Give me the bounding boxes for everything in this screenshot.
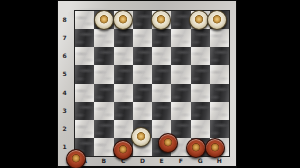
white-checker-piece-b8[interactable] xyxy=(94,10,114,30)
red-checker-piece-a1-corner[interactable] xyxy=(66,149,86,168)
square-h5[interactable] xyxy=(210,65,229,83)
square-h4[interactable] xyxy=(210,84,229,102)
rank-label-5: 5 xyxy=(59,71,70,77)
square-g7[interactable] xyxy=(191,29,210,47)
video-frame: 87654321ABCDEFGH xyxy=(0,0,300,168)
square-d6[interactable] xyxy=(133,47,152,65)
square-g6[interactable] xyxy=(191,47,210,65)
square-b4[interactable] xyxy=(94,84,113,102)
square-f5[interactable] xyxy=(171,65,190,83)
square-e5[interactable] xyxy=(152,65,171,83)
square-h2[interactable] xyxy=(210,120,229,138)
square-e4[interactable] xyxy=(152,84,171,102)
square-d7[interactable] xyxy=(133,29,152,47)
square-f7[interactable] xyxy=(171,29,190,47)
file-label-e: E xyxy=(156,158,167,164)
square-d4[interactable] xyxy=(133,84,152,102)
red-checker-piece-h1[interactable] xyxy=(205,138,225,158)
square-f3[interactable] xyxy=(171,102,190,120)
square-c3[interactable] xyxy=(114,102,133,120)
square-g4[interactable] xyxy=(191,84,210,102)
square-c7[interactable] xyxy=(114,29,133,47)
white-checker-piece-c8[interactable] xyxy=(113,10,133,30)
square-c2[interactable] xyxy=(114,120,133,138)
file-label-g: G xyxy=(195,158,206,164)
square-a5[interactable] xyxy=(75,65,94,83)
white-checker-piece-g8[interactable] xyxy=(189,10,209,30)
square-c4[interactable] xyxy=(114,84,133,102)
square-e3[interactable] xyxy=(152,102,171,120)
square-g3[interactable] xyxy=(191,102,210,120)
rank-label-3: 3 xyxy=(59,108,70,114)
square-e7[interactable] xyxy=(152,29,171,47)
file-label-f: F xyxy=(175,158,186,164)
square-e6[interactable] xyxy=(152,47,171,65)
file-label-d: D xyxy=(137,158,148,164)
play-area xyxy=(74,10,230,157)
rank-label-2: 2 xyxy=(59,126,70,132)
red-checker-piece-e1[interactable] xyxy=(158,133,178,153)
square-f4[interactable] xyxy=(171,84,190,102)
white-checker-piece-d1-d2[interactable] xyxy=(131,127,151,147)
square-a4[interactable] xyxy=(75,84,94,102)
square-b3[interactable] xyxy=(94,102,113,120)
rank-label-7: 7 xyxy=(59,35,70,41)
square-b2[interactable] xyxy=(94,120,113,138)
red-checker-piece-g1[interactable] xyxy=(186,138,206,158)
red-checker-piece-c1[interactable] xyxy=(113,140,133,160)
square-a7[interactable] xyxy=(75,29,94,47)
rank-label-4: 4 xyxy=(59,90,70,96)
square-b7[interactable] xyxy=(94,29,113,47)
square-a6[interactable] xyxy=(75,47,94,65)
file-label-h: H xyxy=(214,158,225,164)
square-h3[interactable] xyxy=(210,102,229,120)
square-b5[interactable] xyxy=(94,65,113,83)
rank-label-6: 6 xyxy=(59,53,70,59)
file-label-b: B xyxy=(98,158,109,164)
square-f6[interactable] xyxy=(171,47,190,65)
white-checker-piece-h8[interactable] xyxy=(207,10,227,30)
square-c5[interactable] xyxy=(114,65,133,83)
square-g2[interactable] xyxy=(191,120,210,138)
square-c6[interactable] xyxy=(114,47,133,65)
square-h6[interactable] xyxy=(210,47,229,65)
white-checker-piece-e8[interactable] xyxy=(151,10,171,30)
square-a2[interactable] xyxy=(75,120,94,138)
square-b1[interactable] xyxy=(94,138,113,156)
rank-label-1: 1 xyxy=(59,144,70,150)
square-h7[interactable] xyxy=(210,29,229,47)
rank-label-8: 8 xyxy=(59,17,70,23)
square-a8[interactable] xyxy=(75,11,94,29)
square-d5[interactable] xyxy=(133,65,152,83)
square-b6[interactable] xyxy=(94,47,113,65)
square-g5[interactable] xyxy=(191,65,210,83)
square-a3[interactable] xyxy=(75,102,94,120)
square-f8[interactable] xyxy=(171,11,190,29)
square-d3[interactable] xyxy=(133,102,152,120)
square-d8[interactable] xyxy=(133,11,152,29)
